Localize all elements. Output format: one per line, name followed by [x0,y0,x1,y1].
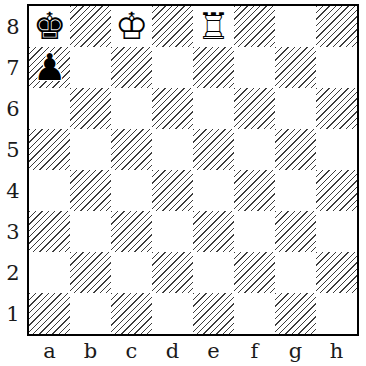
square-b1[interactable] [70,293,111,334]
square-g3[interactable] [275,211,316,252]
square-e2[interactable] [193,252,234,293]
file-label-c: c [111,338,152,364]
square-c6[interactable] [111,88,152,129]
square-c1[interactable] [111,293,152,334]
square-e1[interactable] [193,293,234,334]
square-b6[interactable] [70,88,111,129]
rank-labels: 87654321 [0,6,26,334]
square-b2[interactable] [70,252,111,293]
rank-label-8: 8 [0,6,26,47]
square-g6[interactable] [275,88,316,129]
square-f7[interactable] [234,47,275,88]
square-d1[interactable] [152,293,193,334]
square-b7[interactable] [70,47,111,88]
square-g1[interactable] [275,293,316,334]
square-c4[interactable] [111,170,152,211]
square-e3[interactable] [193,211,234,252]
file-label-e: e [193,338,234,364]
square-a1[interactable] [29,293,70,334]
piece-white-rook: ♖ [197,8,230,45]
square-a2[interactable] [29,252,70,293]
chess-diagram: 87654321 ♚♔♖♟ abcdefgh [0,0,366,366]
rank-label-7: 7 [0,47,26,88]
square-d2[interactable] [152,252,193,293]
square-d4[interactable] [152,170,193,211]
square-f3[interactable] [234,211,275,252]
square-c2[interactable] [111,252,152,293]
square-c7[interactable] [111,47,152,88]
square-g4[interactable] [275,170,316,211]
square-b5[interactable] [70,129,111,170]
square-g2[interactable] [275,252,316,293]
square-c5[interactable] [111,129,152,170]
square-b8[interactable] [70,6,111,47]
square-d5[interactable] [152,129,193,170]
file-label-g: g [275,338,316,364]
square-h8[interactable] [316,6,357,47]
square-e7[interactable] [193,47,234,88]
square-h4[interactable] [316,170,357,211]
rank-label-3: 3 [0,211,26,252]
square-b3[interactable] [70,211,111,252]
square-d8[interactable] [152,6,193,47]
file-label-f: f [234,338,275,364]
piece-black-pawn: ♟ [33,49,66,86]
piece-black-king: ♚ [33,8,66,45]
square-h5[interactable] [316,129,357,170]
chess-board: ♚♔♖♟ [27,4,359,336]
square-a4[interactable] [29,170,70,211]
file-label-h: h [316,338,357,364]
square-b4[interactable] [70,170,111,211]
file-label-d: d [152,338,193,364]
piece-white-king: ♔ [115,8,148,45]
square-f4[interactable] [234,170,275,211]
square-h7[interactable] [316,47,357,88]
rank-label-4: 4 [0,170,26,211]
file-label-a: a [29,338,70,364]
square-f2[interactable] [234,252,275,293]
square-d6[interactable] [152,88,193,129]
square-a8[interactable]: ♚ [29,6,70,47]
square-a5[interactable] [29,129,70,170]
square-e6[interactable] [193,88,234,129]
square-e8[interactable]: ♖ [193,6,234,47]
square-d3[interactable] [152,211,193,252]
square-h6[interactable] [316,88,357,129]
square-h3[interactable] [316,211,357,252]
square-e5[interactable] [193,129,234,170]
file-labels: abcdefgh [29,338,357,364]
rank-label-1: 1 [0,293,26,334]
square-c3[interactable] [111,211,152,252]
square-e4[interactable] [193,170,234,211]
file-label-b: b [70,338,111,364]
rank-label-5: 5 [0,129,26,170]
square-f5[interactable] [234,129,275,170]
square-f1[interactable] [234,293,275,334]
square-f6[interactable] [234,88,275,129]
square-g8[interactable] [275,6,316,47]
square-c8[interactable]: ♔ [111,6,152,47]
square-g7[interactable] [275,47,316,88]
rank-label-2: 2 [0,252,26,293]
square-g5[interactable] [275,129,316,170]
square-a3[interactable] [29,211,70,252]
square-d7[interactable] [152,47,193,88]
square-f8[interactable] [234,6,275,47]
rank-label-6: 6 [0,88,26,129]
square-h1[interactable] [316,293,357,334]
square-h2[interactable] [316,252,357,293]
square-a6[interactable] [29,88,70,129]
square-a7[interactable]: ♟ [29,47,70,88]
